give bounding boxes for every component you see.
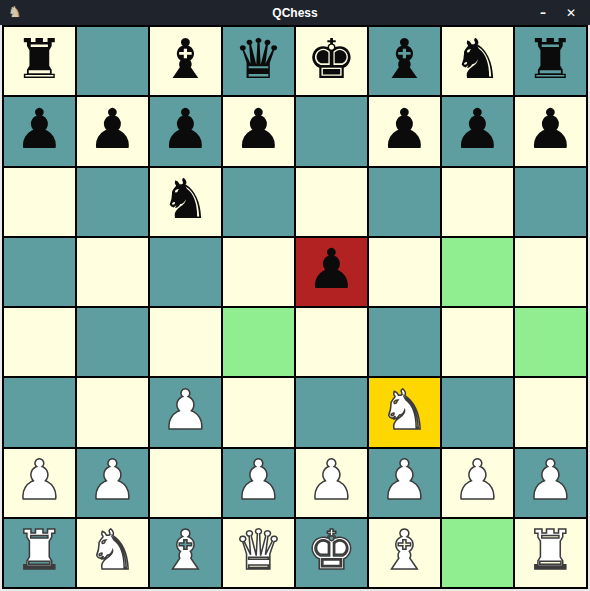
square-a5[interactable] — [4, 238, 75, 306]
titlebar: ♞ QChess – ✕ — [0, 0, 590, 25]
white-pawn-h2: ♟ — [526, 453, 575, 508]
square-d3[interactable] — [223, 378, 294, 446]
square-d5[interactable] — [223, 238, 294, 306]
black-bishop-f8: ♝ — [380, 32, 429, 87]
black-pawn-e5: ♟ — [307, 242, 356, 297]
square-h8[interactable]: ♜ — [515, 27, 586, 95]
white-pawn-e2: ♟ — [307, 453, 356, 508]
chess-board: ♜♝♛♚♝♞♜♟♟♟♟♟♟♟♞♟♟♞♟♟♟♟♟♟♟♜♞♝♛♚♝♜ — [2, 25, 588, 589]
black-pawn-g7: ♟ — [453, 102, 502, 157]
black-pawn-b7: ♟ — [88, 102, 137, 157]
white-pawn-c3: ♟ — [161, 383, 210, 438]
white-knight-f3: ♞ — [380, 383, 429, 438]
white-rook-a1: ♜ — [15, 523, 64, 578]
square-a8[interactable]: ♜ — [4, 27, 75, 95]
square-c2[interactable] — [150, 449, 221, 517]
square-a7[interactable]: ♟ — [4, 97, 75, 165]
knight-icon: ♞ — [8, 5, 21, 20]
white-knight-b1: ♞ — [88, 523, 137, 578]
square-f5[interactable] — [369, 238, 440, 306]
square-f8[interactable]: ♝ — [369, 27, 440, 95]
square-e8[interactable]: ♚ — [296, 27, 367, 95]
square-g8[interactable]: ♞ — [442, 27, 513, 95]
square-e1[interactable]: ♚ — [296, 519, 367, 587]
square-c5[interactable] — [150, 238, 221, 306]
square-e4[interactable] — [296, 308, 367, 376]
square-g1[interactable] — [442, 519, 513, 587]
board-frame: ♜♝♛♚♝♞♜♟♟♟♟♟♟♟♞♟♟♞♟♟♟♟♟♟♟♜♞♝♛♚♝♜ — [0, 25, 590, 591]
square-b2[interactable]: ♟ — [77, 449, 148, 517]
square-h5[interactable] — [515, 238, 586, 306]
square-c6[interactable]: ♞ — [150, 168, 221, 236]
square-b3[interactable] — [77, 378, 148, 446]
close-button[interactable]: ✕ — [566, 7, 576, 19]
square-f3[interactable]: ♞ — [369, 378, 440, 446]
black-rook-a8: ♜ — [15, 32, 64, 87]
square-d8[interactable]: ♛ — [223, 27, 294, 95]
square-d4[interactable] — [223, 308, 294, 376]
square-h2[interactable]: ♟ — [515, 449, 586, 517]
white-pawn-a2: ♟ — [15, 453, 64, 508]
black-pawn-c7: ♟ — [161, 102, 210, 157]
square-c3[interactable]: ♟ — [150, 378, 221, 446]
square-g2[interactable]: ♟ — [442, 449, 513, 517]
square-e3[interactable] — [296, 378, 367, 446]
square-d2[interactable]: ♟ — [223, 449, 294, 517]
white-pawn-f2: ♟ — [380, 453, 429, 508]
square-a3[interactable] — [4, 378, 75, 446]
square-e5[interactable]: ♟ — [296, 238, 367, 306]
white-bishop-f1: ♝ — [380, 523, 429, 578]
black-queen-d8: ♛ — [234, 32, 283, 87]
square-e7[interactable] — [296, 97, 367, 165]
white-king-e1: ♚ — [307, 523, 356, 578]
square-h1[interactable]: ♜ — [515, 519, 586, 587]
square-h4[interactable] — [515, 308, 586, 376]
square-b7[interactable]: ♟ — [77, 97, 148, 165]
black-pawn-d7: ♟ — [234, 102, 283, 157]
black-pawn-h7: ♟ — [526, 102, 575, 157]
square-a6[interactable] — [4, 168, 75, 236]
square-e6[interactable] — [296, 168, 367, 236]
square-c4[interactable] — [150, 308, 221, 376]
square-g7[interactable]: ♟ — [442, 97, 513, 165]
square-b6[interactable] — [77, 168, 148, 236]
minimize-button[interactable]: – — [540, 7, 546, 19]
square-a4[interactable] — [4, 308, 75, 376]
black-knight-c6: ♞ — [161, 172, 210, 227]
square-f2[interactable]: ♟ — [369, 449, 440, 517]
square-g6[interactable] — [442, 168, 513, 236]
black-bishop-c8: ♝ — [161, 32, 210, 87]
white-queen-d1: ♛ — [234, 523, 283, 578]
window-controls: – ✕ — [540, 7, 576, 19]
square-b8[interactable] — [77, 27, 148, 95]
black-rook-h8: ♜ — [526, 32, 575, 87]
square-d7[interactable]: ♟ — [223, 97, 294, 165]
square-h3[interactable] — [515, 378, 586, 446]
qchess-window: ♞ QChess – ✕ ♜♝♛♚♝♞♜♟♟♟♟♟♟♟♞♟♟♞♟♟♟♟♟♟♟♜♞… — [0, 0, 590, 591]
square-f7[interactable]: ♟ — [369, 97, 440, 165]
square-f4[interactable] — [369, 308, 440, 376]
square-g3[interactable] — [442, 378, 513, 446]
square-c7[interactable]: ♟ — [150, 97, 221, 165]
square-c8[interactable]: ♝ — [150, 27, 221, 95]
square-h7[interactable]: ♟ — [515, 97, 586, 165]
square-b1[interactable]: ♞ — [77, 519, 148, 587]
square-c1[interactable]: ♝ — [150, 519, 221, 587]
white-pawn-b2: ♟ — [88, 453, 137, 508]
window-title: QChess — [0, 6, 590, 20]
square-a1[interactable]: ♜ — [4, 519, 75, 587]
square-d6[interactable] — [223, 168, 294, 236]
square-a2[interactable]: ♟ — [4, 449, 75, 517]
square-f6[interactable] — [369, 168, 440, 236]
square-e2[interactable]: ♟ — [296, 449, 367, 517]
square-g5[interactable] — [442, 238, 513, 306]
square-h6[interactable] — [515, 168, 586, 236]
white-bishop-c1: ♝ — [161, 523, 210, 578]
black-pawn-a7: ♟ — [15, 102, 64, 157]
white-pawn-d2: ♟ — [234, 453, 283, 508]
black-king-e8: ♚ — [307, 32, 356, 87]
square-f1[interactable]: ♝ — [369, 519, 440, 587]
black-pawn-f7: ♟ — [380, 102, 429, 157]
square-d1[interactable]: ♛ — [223, 519, 294, 587]
square-g4[interactable] — [442, 308, 513, 376]
white-rook-h1: ♜ — [526, 523, 575, 578]
white-pawn-g2: ♟ — [453, 453, 502, 508]
square-b4[interactable] — [77, 308, 148, 376]
square-b5[interactable] — [77, 238, 148, 306]
black-knight-g8: ♞ — [453, 32, 502, 87]
